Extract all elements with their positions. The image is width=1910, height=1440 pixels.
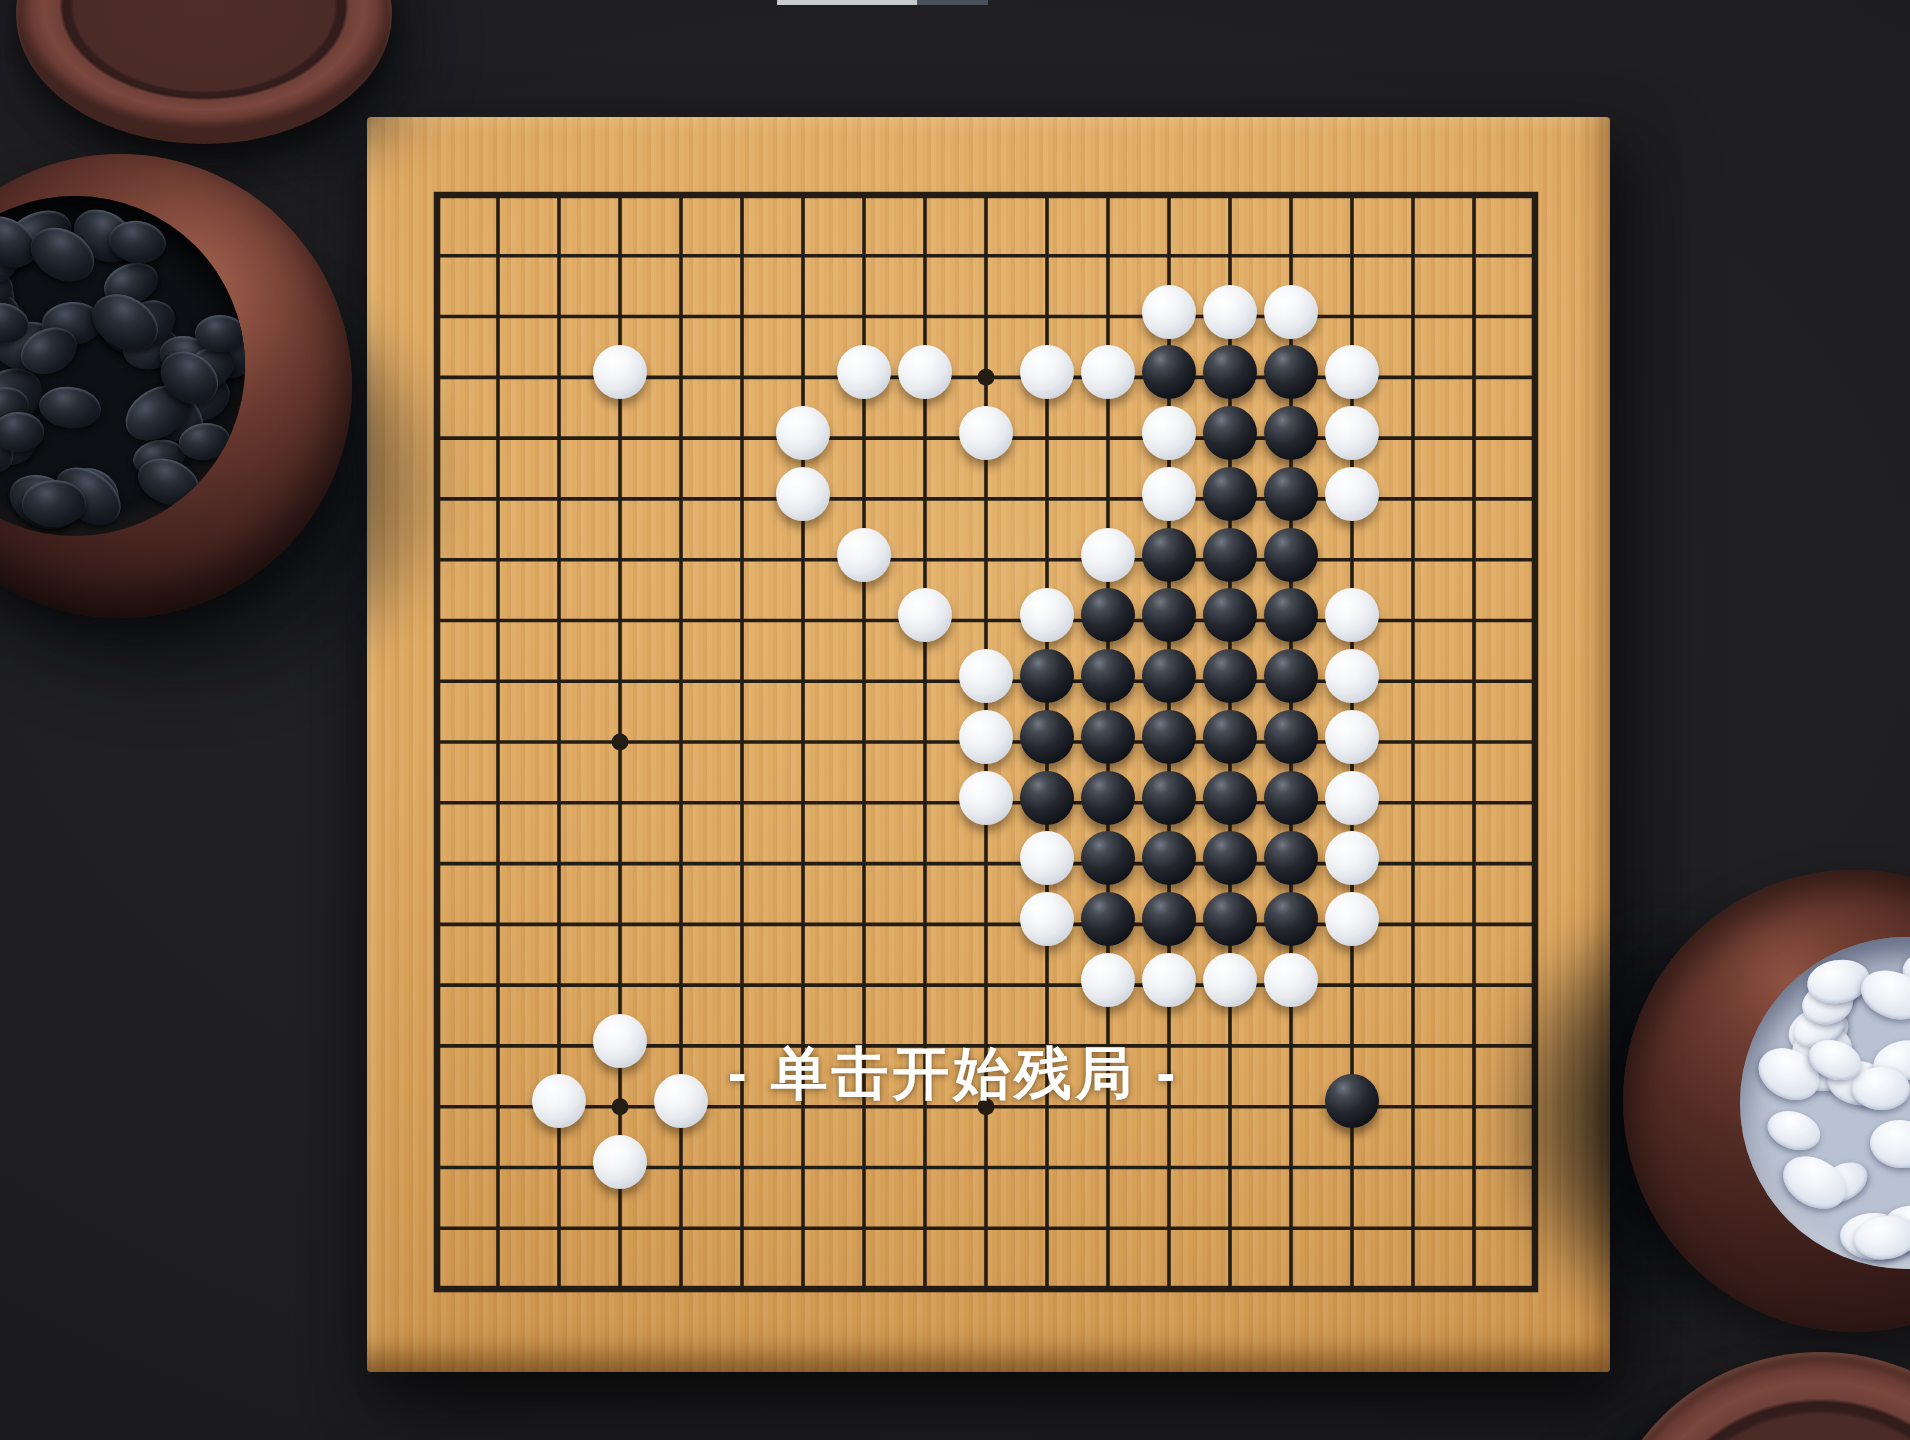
white-stone: ○ <box>1325 406 1379 460</box>
bowl-white-stone <box>1762 1105 1825 1157</box>
white-stone: ○ <box>776 467 830 521</box>
white-stone: ○ <box>1142 285 1196 339</box>
black-stone: ● <box>1203 588 1257 642</box>
white-stone: ○ <box>959 406 1013 460</box>
black-stone: ● <box>1203 710 1257 764</box>
black-stone: ● <box>1081 771 1135 825</box>
white-stone: ○ <box>898 588 952 642</box>
bowl-white-stone <box>1868 1118 1910 1171</box>
top-edge-bar-light <box>777 0 917 5</box>
white-stone: ○ <box>1325 345 1379 399</box>
black-stone: ● <box>1081 710 1135 764</box>
black-stone: ● <box>1203 831 1257 885</box>
white-stone: ○ <box>1020 345 1074 399</box>
black-stone: ● <box>1264 649 1318 703</box>
go-board[interactable]: ○○○○○○○○●●●○○○○●●○○○●●○○○●●●○○●●●●○○●●●●… <box>367 117 1610 1372</box>
white-stone: ○ <box>1325 771 1379 825</box>
bowl-black-stone <box>37 384 103 432</box>
white-stone: ○ <box>1020 831 1074 885</box>
white-stone: ○ <box>1325 649 1379 703</box>
black-stone: ● <box>1203 528 1257 582</box>
black-stone: ● <box>1142 649 1196 703</box>
white-stone: ○ <box>898 345 952 399</box>
black-stone: ● <box>1142 345 1196 399</box>
black-stone: ● <box>1264 588 1318 642</box>
bowl-black-stone <box>22 479 86 528</box>
black-stone: ● <box>1264 467 1318 521</box>
black-stone: ● <box>1142 588 1196 642</box>
black-stone: ● <box>1203 406 1257 460</box>
white-stone: ○ <box>1264 285 1318 339</box>
black-stone: ● <box>1264 345 1318 399</box>
white-stone: ○ <box>959 771 1013 825</box>
black-stone: ● <box>1203 467 1257 521</box>
black-stone: ● <box>1203 771 1257 825</box>
black-stone: ● <box>1142 831 1196 885</box>
black-stone: ● <box>1264 528 1318 582</box>
black-stone: ● <box>1203 892 1257 946</box>
black-stone: ● <box>1020 710 1074 764</box>
start-hint-text[interactable]: - 单击开始残局 - <box>367 1041 1540 1105</box>
white-stone: ○ <box>959 649 1013 703</box>
stones-layer: ○○○○○○○○●●●○○○○●●○○○●●○○○●●●○○●●●●○○●●●●… <box>407 165 1566 1320</box>
black-stone: ● <box>1081 588 1135 642</box>
black-stone: ● <box>1081 649 1135 703</box>
white-stone: ○ <box>1325 467 1379 521</box>
black-stone: ● <box>1142 892 1196 946</box>
white-stone: ○ <box>1081 528 1135 582</box>
bowl-white-stone <box>1774 1146 1855 1220</box>
white-stone: ○ <box>1020 588 1074 642</box>
black-stone: ● <box>1020 649 1074 703</box>
white-stone: ○ <box>1081 345 1135 399</box>
black-stone: ● <box>1142 710 1196 764</box>
black-stone: ● <box>1081 831 1135 885</box>
black-stone: ● <box>1264 831 1318 885</box>
black-stone: ● <box>1203 649 1257 703</box>
bowl-black-stone <box>0 411 44 451</box>
black-stone: ● <box>1142 528 1196 582</box>
bowl-black-stone <box>195 315 245 352</box>
white-stone: ○ <box>837 528 891 582</box>
white-stone: ○ <box>1325 892 1379 946</box>
black-stone: ● <box>1264 892 1318 946</box>
white-stone: ○ <box>1142 467 1196 521</box>
app-window: ○○○○○○○○●●●○○○○●●○○○●●○○○●●●○○●●●●○○●●●●… <box>0 0 1910 1440</box>
white-stone: ○ <box>1325 710 1379 764</box>
black-stone: ● <box>1264 771 1318 825</box>
white-stone: ○ <box>593 345 647 399</box>
black-stone: ● <box>1203 345 1257 399</box>
white-stone: ○ <box>1142 406 1196 460</box>
white-stone: ○ <box>776 406 830 460</box>
white-stone: ○ <box>1203 953 1257 1007</box>
black-stone: ● <box>1020 771 1074 825</box>
white-stone: ○ <box>1264 953 1318 1007</box>
white-stone: ○ <box>1142 953 1196 1007</box>
black-stone: ● <box>1264 710 1318 764</box>
black-stone: ● <box>1264 406 1318 460</box>
white-stone: ○ <box>593 1135 647 1189</box>
black-stone: ● <box>1081 892 1135 946</box>
white-stone: ○ <box>959 710 1013 764</box>
white-stone: ○ <box>1081 953 1135 1007</box>
white-stone: ○ <box>1325 831 1379 885</box>
white-stone: ○ <box>1203 285 1257 339</box>
black-stone: ● <box>1142 771 1196 825</box>
top-edge-bar-dark <box>917 0 988 5</box>
white-stone: ○ <box>1020 892 1074 946</box>
white-stone: ○ <box>1325 588 1379 642</box>
white-stone: ○ <box>837 345 891 399</box>
